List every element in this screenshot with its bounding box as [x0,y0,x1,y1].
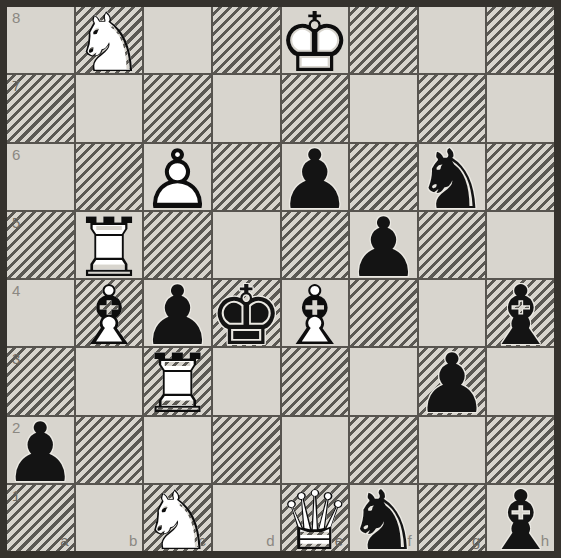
square-f5[interactable]: ♟ [350,212,417,278]
square-g5[interactable] [419,212,486,278]
black-pawn-icon[interactable]: ♟ [144,280,211,346]
square-e5[interactable] [282,212,349,278]
file-label-d: d [266,533,274,548]
square-a5[interactable]: 5 [7,212,74,278]
square-a2[interactable]: 2♟ [7,417,74,483]
square-h7[interactable] [487,75,554,141]
square-c4[interactable]: ♟ [144,280,211,346]
square-c7[interactable] [144,75,211,141]
square-h2[interactable] [487,417,554,483]
white-pawn-icon[interactable]: ♟♙ [144,144,211,210]
rank-label-3: 3 [12,351,20,366]
square-d1[interactable]: d [213,485,280,551]
file-label-b: b [129,533,137,548]
square-b4[interactable]: ♝♗ [76,280,143,346]
square-f2[interactable] [350,417,417,483]
square-h6[interactable] [487,144,554,210]
square-c8[interactable] [144,7,211,73]
white-knight-icon[interactable]: ♞♘ [76,7,143,73]
square-b8[interactable]: ♞♘ [76,7,143,73]
square-h8[interactable] [487,7,554,73]
square-g2[interactable] [419,417,486,483]
square-b2[interactable] [76,417,143,483]
square-g8[interactable] [419,7,486,73]
square-e8[interactable]: ♚♔ [282,7,349,73]
square-c3[interactable]: ♜♖ [144,348,211,414]
rank-label-8: 8 [12,10,20,25]
square-c2[interactable] [144,417,211,483]
black-pawn-icon[interactable]: ♟ [7,417,74,483]
square-f3[interactable] [350,348,417,414]
square-e7[interactable] [282,75,349,141]
black-bishop-icon[interactable]: ♝ [487,485,554,551]
square-g7[interactable] [419,75,486,141]
rank-label-7: 7 [12,78,20,93]
square-e6[interactable]: ♟ [282,144,349,210]
square-g6[interactable]: ♞ [419,144,486,210]
black-knight-icon[interactable]: ♞ [419,144,486,210]
square-d8[interactable] [213,7,280,73]
square-e2[interactable] [282,417,349,483]
square-b3[interactable] [76,348,143,414]
square-f7[interactable] [350,75,417,141]
square-h4[interactable]: ♝ [487,280,554,346]
black-knight-icon[interactable]: ♞ [350,485,417,551]
white-bishop-icon[interactable]: ♝♗ [282,280,349,346]
file-label-g: g [472,533,480,548]
square-d7[interactable] [213,75,280,141]
square-a3[interactable]: 3 [7,348,74,414]
rank-label-1: 1 [12,488,20,503]
square-f1[interactable]: f♞ [350,485,417,551]
square-e4[interactable]: ♝♗ [282,280,349,346]
square-d5[interactable] [213,212,280,278]
square-h5[interactable] [487,212,554,278]
chess-board: 8♞♘♚♔76♟♙♟♞5♜♖♟4♝♗♟♚♝♗♝3♜♖♟2♟1abc♞♘de♛♕f… [0,0,561,558]
square-a7[interactable]: 7 [7,75,74,141]
square-g1[interactable]: g [419,485,486,551]
black-bishop-icon[interactable]: ♝ [487,280,554,346]
square-a8[interactable]: 8 [7,7,74,73]
square-f6[interactable] [350,144,417,210]
square-d3[interactable] [213,348,280,414]
square-c5[interactable] [144,212,211,278]
square-e3[interactable] [282,348,349,414]
white-king-icon[interactable]: ♚♔ [282,7,349,73]
white-rook-icon[interactable]: ♜♖ [76,212,143,278]
square-c1[interactable]: c♞♘ [144,485,211,551]
white-rook-icon[interactable]: ♜♖ [144,348,211,414]
square-b1[interactable]: b [76,485,143,551]
black-king-icon[interactable]: ♚ [213,280,280,346]
square-b7[interactable] [76,75,143,141]
square-a6[interactable]: 6 [7,144,74,210]
black-pawn-icon[interactable]: ♟ [350,212,417,278]
file-label-a: a [60,533,68,548]
white-queen-icon[interactable]: ♛♕ [282,485,349,551]
square-f8[interactable] [350,7,417,73]
square-d4[interactable]: ♚ [213,280,280,346]
square-g4[interactable] [419,280,486,346]
square-h3[interactable] [487,348,554,414]
square-b6[interactable] [76,144,143,210]
square-c6[interactable]: ♟♙ [144,144,211,210]
rank-label-5: 5 [12,215,20,230]
square-a1[interactable]: 1a [7,485,74,551]
square-f4[interactable] [350,280,417,346]
white-bishop-icon[interactable]: ♝♗ [76,280,143,346]
square-a4[interactable]: 4 [7,280,74,346]
square-e1[interactable]: e♛♕ [282,485,349,551]
square-g3[interactable]: ♟ [419,348,486,414]
white-knight-icon[interactable]: ♞♘ [144,485,211,551]
black-pawn-icon[interactable]: ♟ [419,348,486,414]
square-b5[interactable]: ♜♖ [76,212,143,278]
rank-label-6: 6 [12,147,20,162]
square-d2[interactable] [213,417,280,483]
black-pawn-icon[interactable]: ♟ [282,144,349,210]
square-h1[interactable]: h♝ [487,485,554,551]
rank-label-4: 4 [12,283,20,298]
square-d6[interactable] [213,144,280,210]
